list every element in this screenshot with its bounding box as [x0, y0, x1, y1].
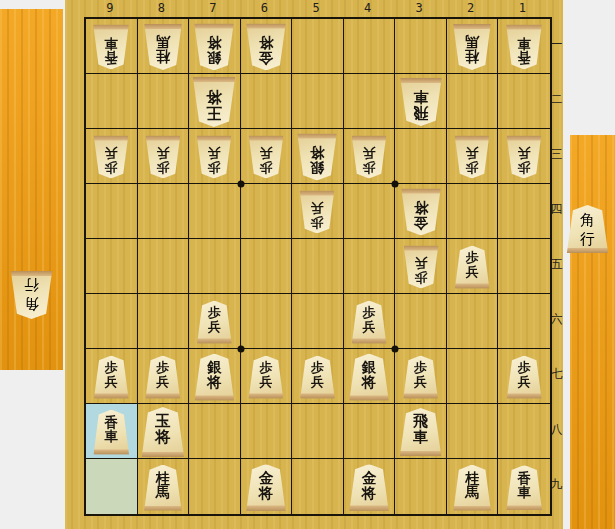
piece-piece-sente-gold[interactable]: 金将 — [245, 464, 286, 511]
square-8-3[interactable]: 歩兵 — [138, 129, 190, 184]
piece-kanji: 銀 — [207, 360, 222, 375]
piece-kanji: 将 — [259, 485, 274, 500]
square-1-6[interactable] — [498, 294, 550, 349]
square-1-1[interactable]: 香車 — [498, 19, 550, 74]
piece-kanji: 兵 — [208, 147, 221, 161]
piece-piece-gote-king[interactable]: 王将 — [192, 77, 236, 127]
file-coordinates: 987654321 — [84, 1, 548, 16]
piece-piece-sente-rook[interactable]: 飛車 — [399, 408, 442, 456]
piece-kanji: 歩 — [156, 160, 169, 174]
square-1-3[interactable]: 歩兵 — [498, 129, 550, 184]
square-8-1[interactable]: 桂馬 — [138, 19, 190, 74]
file-label-6: 6 — [239, 1, 291, 16]
piece-piece-sente-pawn[interactable]: 歩兵 — [403, 356, 439, 399]
piece-kanji: 兵 — [363, 319, 376, 333]
hand-piece-gote-bishop[interactable]: 角行 — [10, 271, 53, 319]
piece-kanji: 歩 — [259, 361, 272, 375]
piece-kanji: 兵 — [259, 374, 272, 388]
piece-kanji: 兵 — [156, 147, 169, 161]
square-9-3[interactable]: 歩兵 — [86, 129, 138, 184]
piece-kanji: 兵 — [414, 257, 427, 271]
piece-kanji: 桂 — [156, 50, 170, 65]
piece-kanji: 兵 — [105, 374, 118, 388]
square-6-2[interactable] — [241, 74, 293, 129]
piece-piece-sente-lance[interactable]: 香車 — [93, 410, 130, 455]
square-1-8[interactable] — [498, 404, 550, 459]
piece-kanji: 歩 — [414, 270, 427, 284]
piece-kanji: 王 — [207, 105, 223, 121]
piece-kanji: 車 — [105, 37, 119, 51]
piece-kanji: 銀 — [207, 50, 222, 65]
piece-kanji: 兵 — [105, 147, 118, 161]
piece-kanji: 歩 — [518, 160, 531, 174]
piece-kanji: 金 — [413, 215, 428, 230]
piece-kanji: 将 — [310, 144, 325, 159]
piece-kanji: 行 — [580, 230, 595, 249]
piece-kanji: 将 — [259, 34, 274, 49]
piece-piece-sente-pawn[interactable]: 歩兵 — [145, 356, 181, 399]
piece-kanji: 車 — [413, 430, 428, 446]
piece-piece-sente-pawn[interactable]: 歩兵 — [196, 301, 232, 344]
piece-piece-sente-pawn[interactable]: 歩兵 — [299, 356, 335, 399]
piece-kanji: 角 — [580, 211, 595, 230]
file-label-4: 4 — [342, 1, 394, 16]
piece-kanji: 将 — [207, 89, 223, 105]
square-8-4[interactable] — [138, 184, 190, 239]
square-8-7[interactable]: 歩兵 — [138, 349, 190, 404]
square-2-3[interactable]: 歩兵 — [447, 129, 499, 184]
square-9-4[interactable] — [86, 184, 138, 239]
piece-kanji: 角 — [24, 294, 39, 313]
piece-kanji: 歩 — [363, 306, 376, 320]
piece-kanji: 兵 — [518, 147, 531, 161]
file-label-9: 9 — [84, 1, 136, 16]
piece-kanji: 香 — [517, 470, 531, 484]
square-8-9[interactable]: 桂馬 — [138, 459, 190, 514]
square-5-8[interactable] — [292, 404, 344, 459]
square-7-9[interactable] — [189, 459, 241, 514]
square-3-6[interactable] — [395, 294, 447, 349]
hand-piece-sente-bishop[interactable]: 角行 — [566, 205, 609, 253]
square-4-8[interactable] — [344, 404, 396, 459]
square-2-1[interactable]: 桂馬 — [447, 19, 499, 74]
piece-kanji: 香 — [517, 51, 531, 65]
piece-kanji: 行 — [24, 275, 39, 294]
piece-piece-sente-lance[interactable]: 香車 — [506, 465, 543, 510]
piece-kanji: 桂 — [465, 471, 479, 486]
piece-kanji: 銀 — [362, 360, 377, 375]
piece-piece-sente-king[interactable]: 玉将 — [141, 407, 185, 457]
piece-piece-gote-silver[interactable]: 銀将 — [194, 24, 235, 71]
square-2-2[interactable] — [447, 74, 499, 129]
file-label-2: 2 — [445, 1, 497, 16]
piece-kanji: 歩 — [363, 160, 376, 174]
square-8-5[interactable] — [138, 239, 190, 294]
piece-piece-gote-gold[interactable]: 金将 — [245, 24, 286, 71]
piece-kanji: 歩 — [156, 361, 169, 375]
piece-piece-gote-pawn[interactable]: 歩兵 — [196, 136, 232, 179]
square-5-6[interactable] — [292, 294, 344, 349]
square-9-8[interactable]: 香車 — [86, 404, 138, 459]
piece-kanji: 将 — [207, 34, 222, 49]
piece-kanji: 兵 — [259, 147, 272, 161]
piece-kanji: 兵 — [311, 202, 324, 216]
piece-piece-gote-silver[interactable]: 銀将 — [297, 134, 338, 181]
piece-kanji: 車 — [517, 484, 531, 498]
piece-kanji: 馬 — [465, 35, 479, 50]
square-1-5[interactable] — [498, 239, 550, 294]
square-9-2[interactable] — [86, 74, 138, 129]
piece-kanji: 歩 — [414, 361, 427, 375]
square-1-4[interactable] — [498, 184, 550, 239]
piece-kanji: 歩 — [311, 361, 324, 375]
square-4-6[interactable]: 歩兵 — [344, 294, 396, 349]
piece-kanji: 銀 — [310, 160, 325, 175]
square-2-8[interactable] — [447, 404, 499, 459]
piece-kanji: 将 — [155, 429, 171, 445]
square-4-3[interactable]: 歩兵 — [344, 129, 396, 184]
piece-piece-sente-pawn[interactable]: 歩兵 — [454, 246, 490, 289]
piece-piece-sente-silver[interactable]: 銀将 — [194, 354, 235, 401]
square-6-3[interactable]: 歩兵 — [241, 129, 293, 184]
square-5-3[interactable]: 銀将 — [292, 129, 344, 184]
square-7-5[interactable] — [189, 239, 241, 294]
piece-kanji: 玉 — [155, 413, 171, 429]
piece-piece-sente-silver[interactable]: 銀将 — [349, 354, 390, 401]
square-3-5[interactable]: 歩兵 — [395, 239, 447, 294]
piece-kanji: 兵 — [466, 147, 479, 161]
square-7-1[interactable]: 銀将 — [189, 19, 241, 74]
piece-kanji: 兵 — [466, 264, 479, 278]
square-4-7[interactable]: 銀将 — [344, 349, 396, 404]
piece-kanji: 歩 — [208, 306, 221, 320]
piece-kanji: 馬 — [156, 485, 170, 500]
piece-piece-gote-pawn[interactable]: 歩兵 — [506, 136, 542, 179]
piece-kanji: 歩 — [105, 160, 118, 174]
square-2-5[interactable]: 歩兵 — [447, 239, 499, 294]
star-point — [237, 181, 244, 188]
piece-piece-sente-pawn[interactable]: 歩兵 — [93, 356, 129, 399]
piece-piece-sente-knight[interactable]: 桂馬 — [143, 465, 182, 511]
piece-kanji: 歩 — [518, 361, 531, 375]
square-6-8[interactable] — [241, 404, 293, 459]
square-9-6[interactable] — [86, 294, 138, 349]
file-label-1: 1 — [497, 1, 549, 16]
star-point — [392, 181, 399, 188]
file-label-8: 8 — [136, 1, 188, 16]
square-9-7[interactable]: 歩兵 — [86, 349, 138, 404]
square-3-2[interactable]: 飛車 — [395, 74, 447, 129]
piece-piece-gote-rook[interactable]: 飛車 — [399, 78, 442, 126]
square-8-8[interactable]: 玉将 — [138, 404, 190, 459]
piece-kanji: 兵 — [156, 374, 169, 388]
piece-kanji: 兵 — [311, 374, 324, 388]
piece-kanji: 金 — [259, 50, 274, 65]
square-5-5[interactable] — [292, 239, 344, 294]
square-7-2[interactable]: 王将 — [189, 74, 241, 129]
square-6-1[interactable]: 金将 — [241, 19, 293, 74]
square-8-2[interactable] — [138, 74, 190, 129]
piece-kanji: 飛 — [413, 104, 428, 120]
square-8-6[interactable] — [138, 294, 190, 349]
file-label-3: 3 — [393, 1, 445, 16]
shogi-app: 角行 角行 987654321 一二三四五六七八九 香車桂馬銀将金将桂馬香車王将… — [0, 0, 615, 529]
piece-kanji: 歩 — [466, 160, 479, 174]
piece-piece-gote-pawn[interactable]: 歩兵 — [145, 136, 181, 179]
piece-piece-gote-lance[interactable]: 香車 — [506, 25, 543, 70]
piece-kanji: 金 — [259, 470, 274, 485]
square-4-2[interactable] — [344, 74, 396, 129]
square-7-3[interactable]: 歩兵 — [189, 129, 241, 184]
piece-kanji: 将 — [207, 375, 222, 390]
square-5-1[interactable] — [292, 19, 344, 74]
square-9-5[interactable] — [86, 239, 138, 294]
star-point — [392, 346, 399, 353]
square-7-6[interactable]: 歩兵 — [189, 294, 241, 349]
square-5-7[interactable]: 歩兵 — [292, 349, 344, 404]
square-5-2[interactable] — [292, 74, 344, 129]
square-2-9[interactable]: 桂馬 — [447, 459, 499, 514]
square-4-9[interactable]: 金将 — [344, 459, 396, 514]
square-3-9[interactable] — [395, 459, 447, 514]
piece-piece-gote-pawn[interactable]: 歩兵 — [93, 136, 129, 179]
piece-kanji: 将 — [362, 375, 377, 390]
piece-kanji: 歩 — [311, 215, 324, 229]
square-4-5[interactable] — [344, 239, 396, 294]
piece-kanji: 車 — [413, 89, 428, 105]
piece-piece-sente-knight[interactable]: 桂馬 — [453, 465, 492, 511]
piece-kanji: 歩 — [259, 160, 272, 174]
piece-kanji: 車 — [105, 429, 119, 443]
square-3-8[interactable]: 飛車 — [395, 404, 447, 459]
square-4-4[interactable] — [344, 184, 396, 239]
piece-kanji: 歩 — [105, 361, 118, 375]
square-6-7[interactable]: 歩兵 — [241, 349, 293, 404]
sente-piece-stand: 角行 — [570, 135, 615, 529]
piece-kanji: 兵 — [518, 374, 531, 388]
square-5-4[interactable]: 歩兵 — [292, 184, 344, 239]
square-1-9[interactable]: 香車 — [498, 459, 550, 514]
piece-piece-gote-knight[interactable]: 桂馬 — [453, 24, 492, 70]
piece-kanji: 桂 — [465, 50, 479, 65]
piece-kanji: 兵 — [414, 374, 427, 388]
square-3-4[interactable]: 金将 — [395, 184, 447, 239]
piece-piece-sente-pawn[interactable]: 歩兵 — [506, 356, 542, 399]
piece-piece-gote-pawn[interactable]: 歩兵 — [299, 191, 335, 234]
board-grid: 香車桂馬銀将金将桂馬香車王将飛車歩兵歩兵歩兵歩兵銀将歩兵歩兵歩兵歩兵金将歩兵歩兵… — [84, 17, 552, 516]
square-2-4[interactable] — [447, 184, 499, 239]
square-3-7[interactable]: 歩兵 — [395, 349, 447, 404]
square-3-1[interactable] — [395, 19, 447, 74]
piece-piece-sente-gold[interactable]: 金将 — [349, 464, 390, 511]
piece-kanji: 将 — [362, 485, 377, 500]
file-label-5: 5 — [290, 1, 342, 16]
square-2-6[interactable] — [447, 294, 499, 349]
piece-piece-gote-pawn[interactable]: 歩兵 — [403, 246, 439, 289]
piece-piece-gote-gold[interactable]: 金将 — [400, 189, 441, 236]
square-5-9[interactable] — [292, 459, 344, 514]
piece-kanji: 馬 — [156, 35, 170, 50]
piece-piece-sente-pawn[interactable]: 歩兵 — [248, 356, 284, 399]
piece-kanji: 歩 — [208, 160, 221, 174]
square-4-1[interactable] — [344, 19, 396, 74]
piece-kanji: 兵 — [363, 147, 376, 161]
gote-piece-stand: 角行 — [0, 9, 63, 370]
piece-piece-sente-pawn[interactable]: 歩兵 — [351, 301, 387, 344]
piece-piece-gote-lance[interactable]: 香車 — [93, 25, 130, 70]
piece-piece-gote-pawn[interactable]: 歩兵 — [351, 136, 387, 179]
piece-kanji: 兵 — [208, 319, 221, 333]
file-label-7: 7 — [187, 1, 239, 16]
square-6-6[interactable] — [241, 294, 293, 349]
piece-piece-gote-knight[interactable]: 桂馬 — [143, 24, 182, 70]
piece-piece-gote-pawn[interactable]: 歩兵 — [454, 136, 490, 179]
piece-kanji: 香 — [105, 415, 119, 429]
square-1-7[interactable]: 歩兵 — [498, 349, 550, 404]
piece-piece-gote-pawn[interactable]: 歩兵 — [248, 136, 284, 179]
square-7-7[interactable]: 銀将 — [189, 349, 241, 404]
piece-kanji: 香 — [105, 51, 119, 65]
square-6-4[interactable] — [241, 184, 293, 239]
piece-kanji: 車 — [517, 37, 531, 51]
square-7-8[interactable] — [189, 404, 241, 459]
square-7-4[interactable] — [189, 184, 241, 239]
piece-kanji: 将 — [413, 199, 428, 214]
star-point — [237, 346, 244, 353]
piece-kanji: 歩 — [466, 251, 479, 265]
square-6-5[interactable] — [241, 239, 293, 294]
square-2-7[interactable] — [447, 349, 499, 404]
piece-kanji: 馬 — [465, 485, 479, 500]
square-9-9[interactable] — [86, 459, 138, 514]
square-9-1[interactable]: 香車 — [86, 19, 138, 74]
square-6-9[interactable]: 金将 — [241, 459, 293, 514]
piece-kanji: 金 — [362, 470, 377, 485]
piece-kanji: 桂 — [156, 471, 170, 486]
square-1-2[interactable] — [498, 74, 550, 129]
square-3-3[interactable] — [395, 129, 447, 184]
